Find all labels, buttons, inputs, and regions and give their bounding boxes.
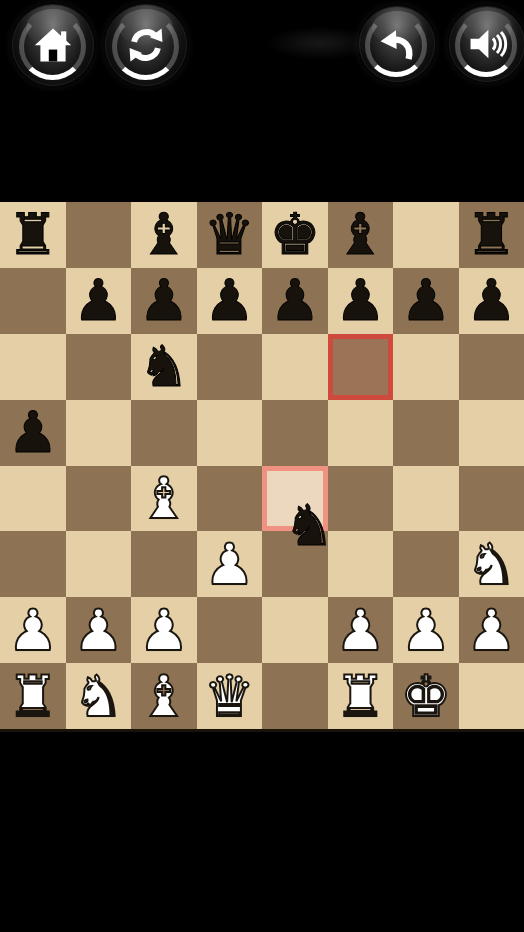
- black-pawn: ♟: [269, 272, 320, 329]
- square-a5[interactable]: ♟: [0, 400, 66, 466]
- square-b8[interactable]: [66, 202, 132, 268]
- square-e6[interactable]: [262, 334, 328, 400]
- black-king: ♚: [269, 206, 320, 263]
- black-pawn: ♟: [73, 272, 124, 329]
- square-h7[interactable]: ♟: [459, 268, 524, 334]
- white-pawn: ♟: [7, 602, 58, 659]
- square-b5[interactable]: [66, 400, 132, 466]
- white-pawn: ♟: [138, 602, 189, 659]
- square-a8[interactable]: ♜: [0, 202, 66, 268]
- square-d7[interactable]: ♟: [197, 268, 263, 334]
- square-c3[interactable]: [131, 531, 197, 597]
- square-b2[interactable]: ♟: [66, 597, 132, 663]
- undo-button[interactable]: [359, 6, 435, 82]
- square-c5[interactable]: [131, 400, 197, 466]
- square-e5[interactable]: [262, 400, 328, 466]
- square-h3[interactable]: ♞: [459, 531, 524, 597]
- restart-button[interactable]: [105, 4, 187, 86]
- black-pawn: ♟: [466, 272, 517, 329]
- square-d2[interactable]: [197, 597, 263, 663]
- white-king: ♚: [400, 668, 451, 725]
- white-queen: ♛: [204, 668, 255, 725]
- restart-icon: [125, 24, 167, 66]
- black-pawn: ♟: [7, 404, 58, 461]
- square-g7[interactable]: ♟: [393, 268, 459, 334]
- undo-icon: [376, 23, 418, 65]
- square-d6[interactable]: [197, 334, 263, 400]
- square-d1[interactable]: ♛: [197, 663, 263, 729]
- square-d3[interactable]: ♟: [197, 531, 263, 597]
- square-g3[interactable]: [393, 531, 459, 597]
- square-e2[interactable]: [262, 597, 328, 663]
- square-g4[interactable]: [393, 466, 459, 532]
- white-pawn: ♟: [204, 536, 255, 593]
- home-button[interactable]: [12, 4, 94, 86]
- square-c7[interactable]: ♟: [131, 268, 197, 334]
- square-h2[interactable]: ♟: [459, 597, 524, 663]
- square-a7[interactable]: [0, 268, 66, 334]
- black-rook: ♜: [466, 206, 517, 263]
- square-f1[interactable]: ♜: [328, 663, 394, 729]
- square-b7[interactable]: ♟: [66, 268, 132, 334]
- white-pawn: ♟: [335, 602, 386, 659]
- square-a2[interactable]: ♟: [0, 597, 66, 663]
- square-f2[interactable]: ♟: [328, 597, 394, 663]
- square-b1[interactable]: ♞: [66, 663, 132, 729]
- speaker-icon: [466, 23, 508, 65]
- sound-button[interactable]: [449, 6, 524, 82]
- chess-board: ♜♝♛♚♝♜♟♟♟♟♟♟♟♞♟♝♟♞♟♟♟♟♟♟♜♞♝♛♜♚♞: [0, 202, 524, 732]
- square-f5[interactable]: [328, 400, 394, 466]
- black-knight-animating[interactable]: ♞: [276, 492, 342, 558]
- square-f8[interactable]: ♝: [328, 202, 394, 268]
- square-h5[interactable]: [459, 400, 524, 466]
- black-bishop: ♝: [138, 206, 189, 263]
- white-rook: ♜: [335, 668, 386, 725]
- square-f6[interactable]: [328, 334, 394, 400]
- square-b4[interactable]: [66, 466, 132, 532]
- square-c8[interactable]: ♝: [131, 202, 197, 268]
- square-d4[interactable]: [197, 466, 263, 532]
- square-h8[interactable]: ♜: [459, 202, 524, 268]
- square-b6[interactable]: [66, 334, 132, 400]
- black-queen: ♛: [204, 206, 255, 263]
- white-bishop: ♝: [138, 470, 189, 527]
- white-bishop: ♝: [138, 668, 189, 725]
- square-f7[interactable]: ♟: [328, 268, 394, 334]
- square-d5[interactable]: [197, 400, 263, 466]
- white-knight: ♞: [466, 536, 517, 593]
- black-rook: ♜: [7, 206, 58, 263]
- square-h6[interactable]: [459, 334, 524, 400]
- square-g2[interactable]: ♟: [393, 597, 459, 663]
- black-pawn: ♟: [400, 272, 451, 329]
- square-g8[interactable]: [393, 202, 459, 268]
- square-e8[interactable]: ♚: [262, 202, 328, 268]
- black-bishop: ♝: [335, 206, 386, 263]
- square-c2[interactable]: ♟: [131, 597, 197, 663]
- black-pawn: ♟: [335, 272, 386, 329]
- square-b3[interactable]: [66, 531, 132, 597]
- square-e7[interactable]: ♟: [262, 268, 328, 334]
- square-a1[interactable]: ♜: [0, 663, 66, 729]
- black-pawn: ♟: [138, 272, 189, 329]
- square-g5[interactable]: [393, 400, 459, 466]
- white-pawn: ♟: [400, 602, 451, 659]
- square-c4[interactable]: ♝: [131, 466, 197, 532]
- square-g6[interactable]: [393, 334, 459, 400]
- square-a4[interactable]: [0, 466, 66, 532]
- square-g1[interactable]: ♚: [393, 663, 459, 729]
- square-c1[interactable]: ♝: [131, 663, 197, 729]
- square-h4[interactable]: [459, 466, 524, 532]
- black-pawn: ♟: [204, 272, 255, 329]
- square-c6[interactable]: ♞: [131, 334, 197, 400]
- square-e1[interactable]: [262, 663, 328, 729]
- black-knight: ♞: [138, 338, 189, 395]
- square-a3[interactable]: [0, 531, 66, 597]
- white-rook: ♜: [7, 668, 58, 725]
- home-icon: [32, 24, 74, 66]
- square-a6[interactable]: [0, 334, 66, 400]
- square-d8[interactable]: ♛: [197, 202, 263, 268]
- white-pawn: ♟: [73, 602, 124, 659]
- white-knight: ♞: [73, 668, 124, 725]
- white-pawn: ♟: [466, 602, 517, 659]
- square-h1[interactable]: [459, 663, 524, 729]
